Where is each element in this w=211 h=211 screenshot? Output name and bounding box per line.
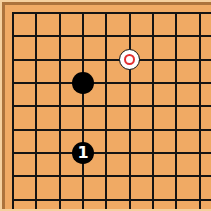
circle-marker-icon bbox=[124, 54, 135, 65]
black-stone bbox=[71, 71, 94, 94]
move-number: 1 bbox=[77, 145, 88, 161]
white-stone-marked bbox=[118, 48, 141, 71]
white-stone-glyph bbox=[119, 49, 141, 71]
black-stone-glyph: 1 bbox=[72, 142, 94, 164]
stones-grid: 1 bbox=[1, 1, 211, 211]
go-board-diagram: 1 bbox=[0, 0, 211, 211]
black-stone-numbered: 1 bbox=[71, 141, 94, 164]
black-stone-glyph bbox=[72, 72, 94, 94]
